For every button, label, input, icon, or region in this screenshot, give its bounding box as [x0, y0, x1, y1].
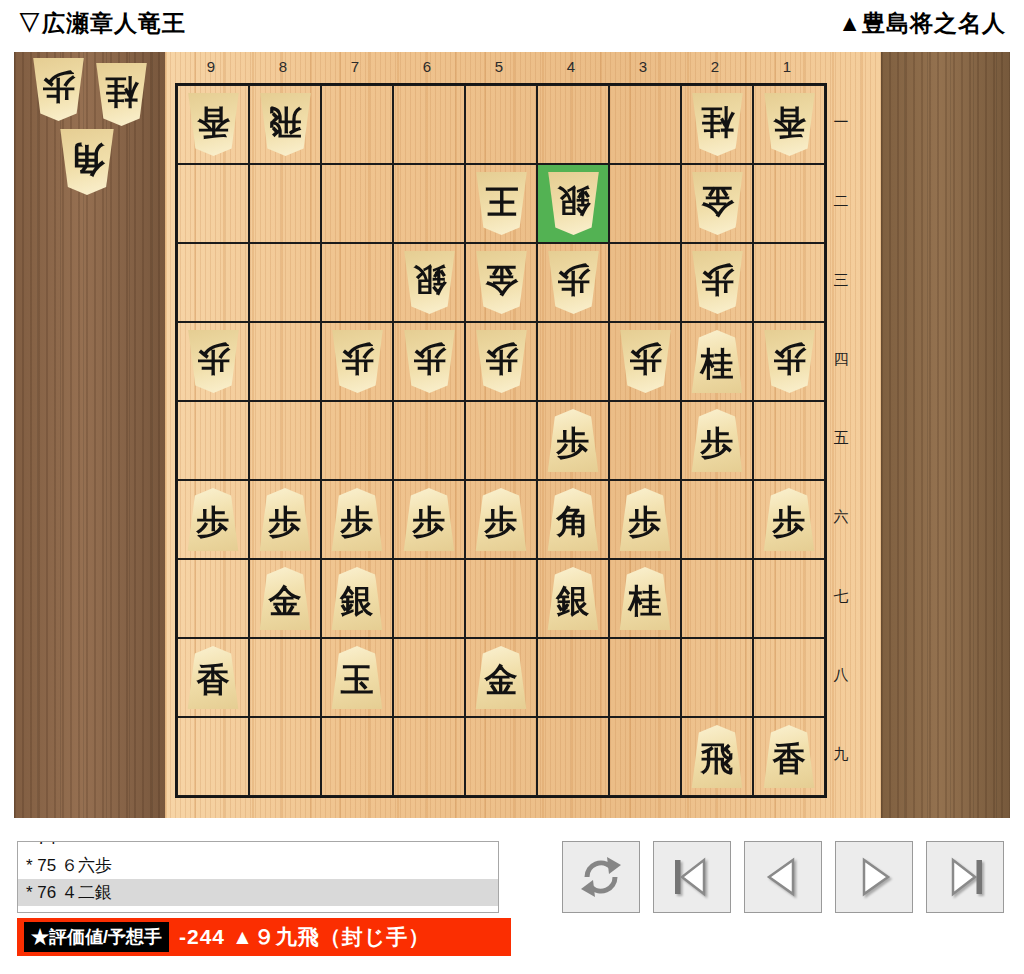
sente-piece-香: 香	[762, 725, 817, 788]
piece-kanji: 玉	[341, 664, 374, 697]
gote-piece-金: 金	[474, 251, 529, 314]
board-square-1一: 香	[753, 85, 825, 164]
sente-piece-歩: 歩	[330, 488, 385, 551]
rank-labels: 一二三四五六七八九	[828, 83, 854, 794]
move-row-0[interactable]: * 75 ６六歩	[18, 852, 498, 879]
gote-piece-歩: 歩	[474, 330, 529, 393]
board-square-9七	[177, 559, 249, 638]
refresh-icon	[577, 853, 625, 901]
sente-piece-金: 金	[474, 646, 529, 709]
board-square-1六: 歩	[753, 480, 825, 559]
file-label-1: 1	[751, 58, 823, 82]
sente-piece-歩: 歩	[258, 488, 313, 551]
board-square-2二: 金	[681, 164, 753, 243]
board-square-5二: 王	[465, 164, 537, 243]
board-square-2一: 桂	[681, 85, 753, 164]
gote-hand-piece-桂: 桂	[94, 63, 149, 126]
board-square-7三	[321, 243, 393, 322]
rank-label-二: 二	[828, 162, 854, 241]
sente-piece-歩: 歩	[618, 488, 673, 551]
sente-piece-歩: 歩	[546, 409, 601, 472]
gote-piece-歩: 歩	[618, 330, 673, 393]
last-move-button[interactable]	[926, 841, 1004, 913]
piece-kanji: 桂	[701, 348, 734, 381]
piece-kanji: 桂	[629, 585, 662, 618]
move-row-1[interactable]: * 76 ４二銀	[18, 879, 498, 906]
piece-kanji: 飛	[269, 106, 302, 139]
board-square-3一	[609, 85, 681, 164]
board-square-2三: 歩	[681, 243, 753, 322]
sente-piece-銀: 銀	[330, 567, 385, 630]
board-square-6四: 歩	[393, 322, 465, 401]
gote-piece-歩: 歩	[330, 330, 385, 393]
board-square-5六: 歩	[465, 480, 537, 559]
board-square-9五	[177, 401, 249, 480]
gote-player-name: ▽広瀬章人竜王	[18, 8, 186, 39]
board-square-1九: 香	[753, 717, 825, 796]
board-square-1七	[753, 559, 825, 638]
board-square-4一	[537, 85, 609, 164]
evaluation-bar: ★評価値/予想手 -244 ▲９九飛（封じ手）	[17, 918, 511, 956]
gote-piece-桂: 桂	[94, 63, 149, 126]
board-square-3七: 桂	[609, 559, 681, 638]
board-square-9二	[177, 164, 249, 243]
skip-to-end-icon	[941, 853, 989, 901]
piece-kanji: 歩	[557, 264, 590, 297]
board-square-8四	[249, 322, 321, 401]
board-square-3五	[609, 401, 681, 480]
piece-kanji: 銀	[413, 264, 446, 297]
board-area: 987654321 一二三四五六七八九 香飛桂香王銀金銀金歩歩歩歩歩歩歩桂歩歩歩…	[14, 52, 1010, 818]
gote-piece-桂: 桂	[690, 93, 745, 156]
sente-komadai	[881, 52, 1010, 818]
move-list[interactable]: * 74* 75 ６六歩* 76 ４二銀	[17, 841, 499, 913]
piece-kanji: 歩	[773, 343, 806, 376]
sente-piece-桂: 桂	[618, 567, 673, 630]
gote-piece-香: 香	[762, 93, 817, 156]
gote-piece-歩: 歩	[31, 58, 86, 121]
move-list-inner: * 74* 75 ６六歩* 76 ４二銀	[18, 841, 498, 906]
move-row-clipped[interactable]: * 74	[18, 841, 498, 852]
gote-piece-歩: 歩	[762, 330, 817, 393]
piece-kanji: 香	[197, 106, 230, 139]
board-square-9九	[177, 717, 249, 796]
gote-piece-歩: 歩	[546, 251, 601, 314]
piece-kanji: 歩	[701, 264, 734, 297]
piece-kanji: 銀	[341, 585, 374, 618]
board-square-4七: 銀	[537, 559, 609, 638]
board-grid: 香飛桂香王銀金銀金歩歩歩歩歩歩歩桂歩歩歩歩歩歩歩歩角歩歩金銀銀桂香玉金飛香	[175, 83, 827, 798]
board-square-2七	[681, 559, 753, 638]
board-square-4五: 歩	[537, 401, 609, 480]
sente-piece-飛: 飛	[690, 725, 745, 788]
piece-kanji: 桂	[701, 106, 734, 139]
piece-kanji: 角	[557, 506, 590, 539]
board-square-1五	[753, 401, 825, 480]
board-square-6六: 歩	[393, 480, 465, 559]
board-square-1四: 歩	[753, 322, 825, 401]
file-label-3: 3	[607, 58, 679, 82]
board-square-5一	[465, 85, 537, 164]
board-square-8二	[249, 164, 321, 243]
board-square-6八	[393, 638, 465, 717]
gote-piece-香: 香	[186, 93, 241, 156]
board-square-6五	[393, 401, 465, 480]
gote-piece-銀: 銀	[546, 172, 601, 235]
first-move-button[interactable]	[653, 841, 731, 913]
sente-piece-桂: 桂	[690, 330, 745, 393]
gote-hand-piece-歩: 歩	[31, 58, 86, 121]
board-square-2六	[681, 480, 753, 559]
piece-kanji: 歩	[485, 506, 518, 539]
evaluation-label: ★評価値/予想手	[24, 922, 169, 952]
board-square-6一	[393, 85, 465, 164]
rank-label-五: 五	[828, 399, 854, 478]
file-label-8: 8	[247, 58, 319, 82]
board-square-6九	[393, 717, 465, 796]
piece-kanji: 歩	[485, 343, 518, 376]
gote-piece-歩: 歩	[402, 330, 457, 393]
sente-piece-歩: 歩	[762, 488, 817, 551]
board-square-4六: 角	[537, 480, 609, 559]
board-square-7八: 玉	[321, 638, 393, 717]
board-square-8七: 金	[249, 559, 321, 638]
board-square-3六: 歩	[609, 480, 681, 559]
file-label-6: 6	[391, 58, 463, 82]
rank-label-八: 八	[828, 636, 854, 715]
board-square-7七: 銀	[321, 559, 393, 638]
sente-piece-玉: 玉	[330, 646, 385, 709]
previous-move-button[interactable]	[744, 841, 822, 913]
piece-kanji: 銀	[557, 585, 590, 618]
board-square-9一: 香	[177, 85, 249, 164]
file-label-7: 7	[319, 58, 391, 82]
piece-kanji: 香	[197, 664, 230, 697]
board-square-8八	[249, 638, 321, 717]
piece-kanji: 金	[485, 264, 518, 297]
board-square-7四: 歩	[321, 322, 393, 401]
board-square-2八	[681, 638, 753, 717]
piece-kanji: 角	[70, 142, 105, 177]
board-square-1三	[753, 243, 825, 322]
board-square-9四: 歩	[177, 322, 249, 401]
gote-piece-歩: 歩	[186, 330, 241, 393]
board-square-3九	[609, 717, 681, 796]
gote-piece-王: 王	[474, 172, 529, 235]
file-label-2: 2	[679, 58, 751, 82]
board-square-8三	[249, 243, 321, 322]
board-square-5八: 金	[465, 638, 537, 717]
piece-kanji: 銀	[557, 185, 590, 218]
board-square-9三	[177, 243, 249, 322]
board-square-4八	[537, 638, 609, 717]
board-square-7五	[321, 401, 393, 480]
piece-kanji: 桂	[105, 76, 138, 109]
sente-player-name: ▲豊島将之名人	[838, 8, 1006, 39]
piece-kanji: 王	[485, 185, 518, 218]
piece-kanji: 歩	[197, 506, 230, 539]
board-square-6三: 銀	[393, 243, 465, 322]
board-square-2五: 歩	[681, 401, 753, 480]
skip-to-start-icon	[668, 853, 716, 901]
board-square-1八	[753, 638, 825, 717]
board-square-2九: 飛	[681, 717, 753, 796]
board-square-8五	[249, 401, 321, 480]
rank-label-四: 四	[828, 320, 854, 399]
board-square-4二: 銀	[537, 164, 609, 243]
rank-label-六: 六	[828, 478, 854, 557]
board-square-3二	[609, 164, 681, 243]
piece-kanji: 歩	[341, 506, 374, 539]
sente-piece-角: 角	[546, 488, 601, 551]
sente-piece-歩: 歩	[690, 409, 745, 472]
board-square-5七	[465, 559, 537, 638]
piece-kanji: 歩	[773, 506, 806, 539]
piece-kanji: 香	[773, 106, 806, 139]
board-square-4九	[537, 717, 609, 796]
piece-kanji: 歩	[557, 427, 590, 460]
piece-kanji: 歩	[629, 506, 662, 539]
board-square-8九	[249, 717, 321, 796]
next-icon	[850, 853, 898, 901]
board-square-1二	[753, 164, 825, 243]
board-square-9六: 歩	[177, 480, 249, 559]
sente-piece-歩: 歩	[186, 488, 241, 551]
rank-label-九: 九	[828, 715, 854, 794]
sente-piece-歩: 歩	[474, 488, 529, 551]
evaluation-value: -244 ▲９九飛（封じ手）	[179, 923, 430, 951]
board-square-3八	[609, 638, 681, 717]
file-label-5: 5	[463, 58, 535, 82]
board-square-8一: 飛	[249, 85, 321, 164]
board-square-5九	[465, 717, 537, 796]
piece-kanji: 歩	[413, 506, 446, 539]
board-square-7九	[321, 717, 393, 796]
board-square-8六: 歩	[249, 480, 321, 559]
refresh-button[interactable]	[562, 841, 640, 913]
piece-kanji: 歩	[341, 343, 374, 376]
previous-icon	[759, 853, 807, 901]
sente-piece-香: 香	[186, 646, 241, 709]
sente-piece-銀: 銀	[546, 567, 601, 630]
board-square-5四: 歩	[465, 322, 537, 401]
board-square-4四	[537, 322, 609, 401]
piece-kanji: 金	[485, 664, 518, 697]
board-square-7一	[321, 85, 393, 164]
piece-kanji: 歩	[197, 343, 230, 376]
board-square-4三: 歩	[537, 243, 609, 322]
rank-label-七: 七	[828, 557, 854, 636]
piece-kanji: 歩	[701, 427, 734, 460]
piece-kanji: 飛	[701, 743, 734, 776]
gote-piece-歩: 歩	[690, 251, 745, 314]
board-square-2四: 桂	[681, 322, 753, 401]
gote-piece-銀: 銀	[402, 251, 457, 314]
file-label-9: 9	[175, 58, 247, 82]
board-square-5三: 金	[465, 243, 537, 322]
gote-piece-飛: 飛	[258, 93, 313, 156]
board-square-3三	[609, 243, 681, 322]
shogi-viewer: ▽広瀬章人竜王 ▲豊島将之名人 987654321 一二三四五六七八九 香飛桂香…	[0, 0, 1024, 974]
gote-hand-piece-角: 角	[58, 129, 116, 195]
board-square-5五	[465, 401, 537, 480]
next-move-button[interactable]	[835, 841, 913, 913]
piece-kanji: 歩	[269, 506, 302, 539]
board-square-6七	[393, 559, 465, 638]
piece-kanji: 歩	[413, 343, 446, 376]
sente-piece-金: 金	[258, 567, 313, 630]
piece-kanji: 金	[269, 585, 302, 618]
board-square-3四: 歩	[609, 322, 681, 401]
board-square-6二	[393, 164, 465, 243]
file-label-4: 4	[535, 58, 607, 82]
piece-kanji: 歩	[629, 343, 662, 376]
piece-kanji: 香	[773, 743, 806, 776]
gote-piece-角: 角	[58, 129, 116, 195]
piece-kanji: 歩	[42, 71, 75, 104]
rank-label-三: 三	[828, 241, 854, 320]
board-square-9八: 香	[177, 638, 249, 717]
rank-label-一: 一	[828, 83, 854, 162]
gote-piece-金: 金	[690, 172, 745, 235]
board-square-7二	[321, 164, 393, 243]
board-square-7六: 歩	[321, 480, 393, 559]
piece-kanji: 金	[701, 185, 734, 218]
sente-piece-歩: 歩	[402, 488, 457, 551]
file-labels: 987654321	[175, 58, 823, 82]
